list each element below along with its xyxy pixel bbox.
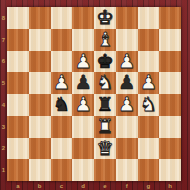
square-c6[interactable] (51, 51, 73, 73)
square-a7[interactable] (7, 29, 29, 51)
square-f2[interactable] (116, 138, 138, 160)
rank-label-1: 1 (0, 159, 7, 181)
square-f8[interactable] (116, 7, 138, 29)
white-queen-e2[interactable]: ♛ (96, 138, 113, 158)
rank-label-8: 8 (0, 7, 7, 29)
square-b8[interactable] (29, 7, 51, 29)
square-h5[interactable] (159, 72, 181, 94)
square-h1[interactable] (159, 159, 181, 181)
square-d1[interactable] (72, 159, 94, 181)
square-h6[interactable] (159, 51, 181, 73)
square-a2[interactable] (7, 138, 29, 160)
rank-labels: 87654321 (0, 7, 7, 181)
rank-label-2: 2 (0, 138, 7, 160)
square-f7[interactable] (116, 29, 138, 51)
square-g2[interactable] (138, 138, 160, 160)
square-d6[interactable]: ♟ (72, 51, 94, 73)
white-pawn-d6[interactable]: ♟ (74, 51, 91, 71)
square-c4[interactable]: ♞ (51, 94, 73, 116)
rank-label-7: 7 (0, 29, 7, 51)
square-h8[interactable] (159, 7, 181, 29)
rank-label-5: 5 (0, 72, 7, 94)
rank-label-6: 6 (0, 51, 7, 73)
rank-label-3: 3 (0, 116, 7, 138)
white-bishop-e7[interactable]: ♝ (96, 29, 113, 49)
board-frame: 87654321 abcdefgh ♚♝♟♚♟♟♟♞♟♟♞♟♜♟♞♜♛ (0, 0, 190, 190)
file-label-f: f (116, 181, 138, 190)
white-pawn-d4[interactable]: ♟ (74, 95, 91, 115)
file-labels: abcdefgh (7, 181, 181, 190)
white-knight-e5[interactable]: ♞ (96, 73, 113, 93)
square-d7[interactable] (72, 29, 94, 51)
square-e6[interactable]: ♚ (94, 51, 116, 73)
file-label-e: e (94, 181, 116, 190)
square-d3[interactable] (72, 116, 94, 138)
square-e4[interactable]: ♜ (94, 94, 116, 116)
square-d4[interactable]: ♟ (72, 94, 94, 116)
white-pawn-f4[interactable]: ♟ (118, 95, 135, 115)
square-c3[interactable] (51, 116, 73, 138)
black-pawn-d5[interactable]: ♟ (74, 73, 91, 93)
chess-board: ♚♝♟♚♟♟♟♞♟♟♞♟♜♟♞♜♛ (7, 7, 181, 181)
square-f4[interactable]: ♟ (116, 94, 138, 116)
white-pawn-g5[interactable]: ♟ (140, 73, 157, 93)
square-c8[interactable] (51, 7, 73, 29)
square-e8[interactable]: ♚ (94, 7, 116, 29)
square-g1[interactable] (138, 159, 160, 181)
square-h4[interactable] (159, 94, 181, 116)
square-e5[interactable]: ♞ (94, 72, 116, 94)
square-b2[interactable] (29, 138, 51, 160)
white-knight-g4[interactable]: ♞ (140, 95, 157, 115)
square-c2[interactable] (51, 138, 73, 160)
white-king-e8[interactable]: ♚ (96, 8, 113, 28)
square-g6[interactable] (138, 51, 160, 73)
file-label-h: h (159, 181, 181, 190)
square-b7[interactable] (29, 29, 51, 51)
square-a3[interactable] (7, 116, 29, 138)
rank-label-4: 4 (0, 94, 7, 116)
square-a4[interactable] (7, 94, 29, 116)
square-g3[interactable] (138, 116, 160, 138)
square-g5[interactable]: ♟ (138, 72, 160, 94)
square-b1[interactable] (29, 159, 51, 181)
file-label-d: d (72, 181, 94, 190)
black-king-e6[interactable]: ♚ (96, 51, 113, 71)
square-f6[interactable]: ♟ (116, 51, 138, 73)
file-label-c: c (51, 181, 73, 190)
square-d5[interactable]: ♟ (72, 72, 94, 94)
square-c7[interactable] (51, 29, 73, 51)
square-a6[interactable] (7, 51, 29, 73)
square-a8[interactable] (7, 7, 29, 29)
black-knight-c4[interactable]: ♞ (53, 95, 70, 115)
square-f5[interactable]: ♟ (116, 72, 138, 94)
square-e2[interactable]: ♛ (94, 138, 116, 160)
square-h2[interactable] (159, 138, 181, 160)
square-b4[interactable] (29, 94, 51, 116)
square-e3[interactable]: ♜ (94, 116, 116, 138)
square-a1[interactable] (7, 159, 29, 181)
white-pawn-c5[interactable]: ♟ (53, 73, 70, 93)
square-a5[interactable] (7, 72, 29, 94)
square-c1[interactable] (51, 159, 73, 181)
square-g7[interactable] (138, 29, 160, 51)
square-h7[interactable] (159, 29, 181, 51)
white-rook-e3[interactable]: ♜ (96, 116, 113, 136)
file-label-a: a (7, 181, 29, 190)
square-b6[interactable] (29, 51, 51, 73)
square-f1[interactable] (116, 159, 138, 181)
white-pawn-f6[interactable]: ♟ (118, 51, 135, 71)
square-e7[interactable]: ♝ (94, 29, 116, 51)
square-g8[interactable] (138, 7, 160, 29)
square-b5[interactable] (29, 72, 51, 94)
square-e1[interactable] (94, 159, 116, 181)
square-d8[interactable] (72, 7, 94, 29)
square-f3[interactable] (116, 116, 138, 138)
square-h3[interactable] (159, 116, 181, 138)
black-pawn-f5[interactable]: ♟ (118, 73, 135, 93)
square-g4[interactable]: ♞ (138, 94, 160, 116)
square-c5[interactable]: ♟ (51, 72, 73, 94)
square-b3[interactable] (29, 116, 51, 138)
file-label-g: g (138, 181, 160, 190)
black-rook-e4[interactable]: ♜ (96, 95, 113, 115)
file-label-b: b (29, 181, 51, 190)
square-d2[interactable] (72, 138, 94, 160)
